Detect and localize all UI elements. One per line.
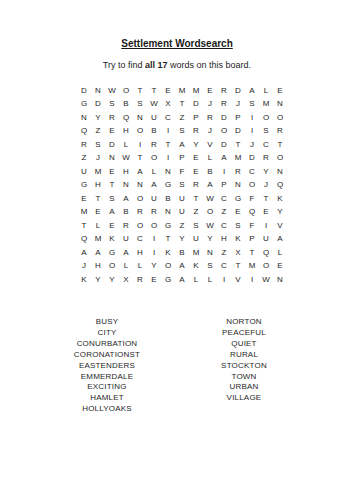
grid-cell: N: [161, 165, 175, 179]
word-list-section: BUSYCITYCONURBATIONCORONATIONSTEASTENDER…: [0, 317, 354, 417]
grid-cell: F: [245, 219, 259, 233]
grid-cell: D: [105, 138, 119, 152]
word-list-item: URBAN: [164, 382, 324, 393]
grid-cell: O: [161, 260, 175, 274]
grid-cell: T: [133, 84, 147, 98]
grid-cell: O: [259, 111, 273, 125]
word-list-item: EASTENDERS: [27, 361, 187, 372]
grid-cell: R: [259, 152, 273, 166]
grid-cell: K: [161, 246, 175, 260]
grid-cell: Y: [189, 138, 203, 152]
grid-cell: T: [105, 179, 119, 193]
grid-cell: Q: [77, 125, 91, 139]
grid-cell: W: [259, 273, 273, 287]
grid-cell: Y: [91, 111, 105, 125]
grid-cell: I: [133, 138, 147, 152]
grid-cell: W: [147, 98, 161, 112]
grid-cell: H: [91, 260, 105, 274]
grid-cell: P: [245, 233, 259, 247]
grid-cell: O: [273, 111, 287, 125]
grid-cell: H: [91, 179, 105, 193]
grid-cell: U: [259, 233, 273, 247]
grid-cell: I: [245, 111, 259, 125]
grid-cell: O: [245, 179, 259, 193]
grid-cell: Q: [119, 111, 133, 125]
word-list-item: EXCITING: [27, 382, 187, 393]
grid-cell: L: [147, 165, 161, 179]
grid-cell: R: [119, 219, 133, 233]
grid-cell: B: [119, 98, 133, 112]
grid-cell: I: [147, 246, 161, 260]
grid-cell: K: [231, 233, 245, 247]
grid-cell: L: [203, 273, 217, 287]
grid-cell: N: [133, 179, 147, 193]
grid-cell: K: [77, 273, 91, 287]
grid-cell: R: [147, 206, 161, 220]
word-list-left: BUSYCITYCONURBATIONCORONATIONSTEASTENDER…: [27, 317, 187, 415]
grid-cell: E: [273, 260, 287, 274]
grid-cell: L: [91, 219, 105, 233]
grid-cell: S: [91, 138, 105, 152]
grid-cell: U: [175, 206, 189, 220]
grid-cell: C: [133, 233, 147, 247]
grid-cell: U: [77, 165, 91, 179]
grid-cell: S: [245, 98, 259, 112]
grid-cell: E: [105, 125, 119, 139]
grid-cell: S: [231, 219, 245, 233]
grid-cell: F: [175, 165, 189, 179]
grid-cell: T: [91, 192, 105, 206]
grid-cell: A: [175, 138, 189, 152]
grid-cell: Z: [217, 206, 231, 220]
grid-cell: V: [203, 138, 217, 152]
grid-cell: G: [105, 246, 119, 260]
grid-cell: E: [259, 206, 273, 220]
instruction-word-count: all 17: [145, 60, 168, 70]
grid-cell: B: [119, 206, 133, 220]
grid-cell: I: [259, 219, 273, 233]
word-list-right: NORTONPEACEFULQUIETRURALSTOCKTONTOWNURBA…: [164, 317, 324, 404]
grid-cell: N: [77, 111, 91, 125]
grid-cell: N: [203, 246, 217, 260]
grid-cell: R: [231, 165, 245, 179]
grid-cell: W: [203, 192, 217, 206]
grid-cell: L: [203, 152, 217, 166]
grid-cell: S: [259, 125, 273, 139]
grid-cell: Y: [259, 165, 273, 179]
grid-cell: V: [231, 273, 245, 287]
word-list-item: TOWN: [164, 372, 324, 383]
grid-cell: T: [147, 84, 161, 98]
wordsearch-grid: DNWOTTEMMERDALEGDSBSWXTDJRJSMNNYRQNUCZPR…: [77, 84, 287, 287]
grid-cell: D: [91, 98, 105, 112]
word-list-item: HOLLYOAKS: [27, 404, 187, 415]
grid-cell: T: [273, 138, 287, 152]
grid-cell: J: [203, 98, 217, 112]
grid-cell: N: [105, 152, 119, 166]
grid-cell: R: [217, 84, 231, 98]
grid-cell: Z: [175, 111, 189, 125]
grid-cell: E: [91, 206, 105, 220]
grid-cell: N: [273, 273, 287, 287]
grid-cell: B: [203, 165, 217, 179]
grid-cell: O: [133, 192, 147, 206]
grid-cell: J: [231, 98, 245, 112]
grid-cell: N: [91, 84, 105, 98]
grid-cell: K: [273, 192, 287, 206]
grid-cell: A: [203, 179, 217, 193]
grid-cell: G: [231, 192, 245, 206]
grid-cell: E: [77, 192, 91, 206]
grid-cell: M: [91, 165, 105, 179]
grid-cell: Z: [189, 206, 203, 220]
grid-cell: N: [161, 206, 175, 220]
grid-cell: G: [161, 273, 175, 287]
grid-cell: G: [161, 219, 175, 233]
grid-cell: I: [161, 125, 175, 139]
word-list-item: PEACEFUL: [164, 328, 324, 339]
instruction-suffix: words on this board.: [168, 60, 252, 70]
grid-cell: O: [133, 219, 147, 233]
word-list-item: BUSY: [27, 317, 187, 328]
instruction-prefix: Try to find: [103, 60, 145, 70]
grid-cell: K: [189, 260, 203, 274]
grid-cell: A: [91, 246, 105, 260]
grid-cell: E: [273, 84, 287, 98]
grid-cell: C: [259, 138, 273, 152]
grid-cell: T: [175, 98, 189, 112]
grid-cell: A: [119, 246, 133, 260]
grid-cell: R: [189, 179, 203, 193]
grid-cell: I: [245, 273, 259, 287]
grid-cell: Y: [105, 273, 119, 287]
grid-cell: T: [133, 152, 147, 166]
grid-cell: H: [119, 165, 133, 179]
grid-cell: J: [203, 125, 217, 139]
grid-cell: P: [175, 152, 189, 166]
grid-cell: R: [77, 138, 91, 152]
grid-cell: C: [217, 219, 231, 233]
grid-cell: U: [119, 233, 133, 247]
grid-cell: R: [203, 111, 217, 125]
grid-cell: B: [175, 246, 189, 260]
grid-cell: S: [175, 179, 189, 193]
grid-cell: T: [161, 233, 175, 247]
grid-cell: M: [189, 246, 203, 260]
grid-cell: E: [203, 84, 217, 98]
grid-cell: O: [105, 260, 119, 274]
grid-cell: R: [273, 125, 287, 139]
grid-cell: Q: [77, 233, 91, 247]
grid-cell: Y: [175, 233, 189, 247]
grid-cell: D: [217, 111, 231, 125]
grid-cell: O: [259, 260, 273, 274]
grid-cell: O: [147, 219, 161, 233]
grid-cell: Y: [203, 233, 217, 247]
grid-cell: M: [259, 98, 273, 112]
word-list-item: HAMLET: [27, 393, 187, 404]
grid-cell: R: [133, 206, 147, 220]
grid-cell: M: [77, 206, 91, 220]
grid-cell: J: [91, 152, 105, 166]
grid-cell: T: [231, 260, 245, 274]
grid-cell: G: [77, 98, 91, 112]
grid-cell: D: [77, 84, 91, 98]
word-list-item: CORONATIONST: [27, 350, 187, 361]
grid-cell: R: [133, 273, 147, 287]
grid-cell: P: [189, 111, 203, 125]
grid-cell: I: [217, 165, 231, 179]
grid-cell: N: [273, 98, 287, 112]
grid-cell: U: [147, 111, 161, 125]
word-list-item: STOCKTON: [164, 361, 324, 372]
worksheet-page: Settlement Wordsearch Try to find all 17…: [0, 0, 354, 500]
grid-cell: W: [203, 219, 217, 233]
grid-cell: A: [245, 84, 259, 98]
grid-cell: K: [105, 233, 119, 247]
grid-cell: D: [189, 98, 203, 112]
grid-cell: J: [245, 138, 259, 152]
grid-cell: S: [105, 192, 119, 206]
grid-cell: E: [189, 165, 203, 179]
grid-cell: L: [133, 260, 147, 274]
grid-cell: S: [105, 98, 119, 112]
grid-cell: N: [231, 179, 245, 193]
grid-cell: H: [119, 125, 133, 139]
grid-cell: T: [189, 192, 203, 206]
grid-cell: L: [273, 246, 287, 260]
grid-cell: O: [147, 152, 161, 166]
grid-cell: T: [231, 138, 245, 152]
grid-cell: J: [259, 179, 273, 193]
grid-cell: A: [175, 273, 189, 287]
grid-cell: G: [77, 179, 91, 193]
grid-cell: A: [273, 233, 287, 247]
grid-cell: S: [189, 219, 203, 233]
grid-cell: M: [189, 84, 203, 98]
grid-cell: H: [217, 233, 231, 247]
grid-cell: U: [175, 192, 189, 206]
grid-cell: S: [175, 125, 189, 139]
grid-cell: B: [147, 125, 161, 139]
grid-cell: L: [189, 273, 203, 287]
grid-cell: M: [245, 260, 259, 274]
grid-cell: F: [245, 192, 259, 206]
grid-cell: E: [105, 165, 119, 179]
grid-cell: Z: [77, 152, 91, 166]
grid-cell: I: [245, 125, 259, 139]
grid-cell: N: [119, 179, 133, 193]
grid-cell: A: [133, 165, 147, 179]
grid-cell: M: [175, 84, 189, 98]
word-list-item: QUIET: [164, 339, 324, 350]
grid-cell: U: [147, 192, 161, 206]
grid-cell: O: [119, 84, 133, 98]
grid-cell: O: [273, 152, 287, 166]
grid-cell: R: [189, 125, 203, 139]
grid-cell: Y: [147, 260, 161, 274]
grid-cell: L: [119, 260, 133, 274]
grid-cell: E: [147, 273, 161, 287]
grid-cell: J: [77, 260, 91, 274]
grid-cell: D: [231, 125, 245, 139]
grid-cell: O: [133, 125, 147, 139]
grid-cell: C: [217, 192, 231, 206]
grid-cell: I: [147, 233, 161, 247]
grid-cell: C: [245, 165, 259, 179]
grid-cell: Z: [217, 246, 231, 260]
grid-cell: X: [231, 246, 245, 260]
grid-cell: G: [161, 179, 175, 193]
grid-cell: E: [231, 206, 245, 220]
grid-cell: I: [217, 273, 231, 287]
grid-cell: D: [231, 84, 245, 98]
grid-cell: A: [217, 152, 231, 166]
grid-cell: E: [105, 219, 119, 233]
grid-cell: Z: [175, 219, 189, 233]
grid-cell: L: [259, 84, 273, 98]
grid-cell: D: [217, 138, 231, 152]
grid-cell: Q: [245, 206, 259, 220]
word-list-item: CITY: [27, 328, 187, 339]
page-title: Settlement Wordsearch: [0, 38, 354, 50]
grid-cell: X: [119, 273, 133, 287]
grid-cell: A: [175, 260, 189, 274]
grid-cell: Q: [259, 246, 273, 260]
grid-cell: C: [161, 111, 175, 125]
grid-cell: R: [147, 138, 161, 152]
grid-cell: A: [77, 246, 91, 260]
grid-cell: O: [203, 206, 217, 220]
grid-cell: Y: [273, 206, 287, 220]
grid-cell: E: [161, 84, 175, 98]
grid-cell: N: [133, 111, 147, 125]
word-list-item: RURAL: [164, 350, 324, 361]
grid-cell: R: [217, 98, 231, 112]
grid-cell: T: [259, 192, 273, 206]
grid-cell: A: [147, 179, 161, 193]
grid-cell: P: [217, 179, 231, 193]
grid-cell: M: [91, 233, 105, 247]
grid-cell: P: [231, 111, 245, 125]
grid-cell: C: [217, 260, 231, 274]
grid-cell: O: [217, 125, 231, 139]
grid-cell: A: [119, 192, 133, 206]
grid-cell: U: [189, 233, 203, 247]
grid-cell: W: [105, 84, 119, 98]
grid-cell: T: [77, 219, 91, 233]
grid-cell: L: [119, 138, 133, 152]
grid-cell: T: [161, 138, 175, 152]
grid-cell: W: [119, 152, 133, 166]
grid-cell: M: [231, 152, 245, 166]
grid-cell: Q: [273, 179, 287, 193]
grid-cell: V: [273, 219, 287, 233]
grid-cell: S: [203, 260, 217, 274]
grid-cell: S: [133, 98, 147, 112]
grid-cell: X: [161, 98, 175, 112]
grid-cell: B: [161, 192, 175, 206]
word-list-item: NORTON: [164, 317, 324, 328]
grid-cell: Z: [91, 125, 105, 139]
grid-cell: T: [245, 246, 259, 260]
word-list-item: VILLAGE: [164, 393, 324, 404]
grid-cell: N: [273, 165, 287, 179]
word-list-item: EMMERDALE: [27, 372, 187, 383]
grid-cell: H: [133, 246, 147, 260]
grid-cell: D: [245, 152, 259, 166]
word-list-item: CONURBATION: [27, 339, 187, 350]
instruction-text: Try to find all 17 words on this board.: [0, 59, 354, 71]
grid-cell: A: [105, 206, 119, 220]
grid-cell: E: [189, 152, 203, 166]
grid-cell: Y: [91, 273, 105, 287]
grid-cell: I: [161, 152, 175, 166]
grid-cell: R: [105, 111, 119, 125]
